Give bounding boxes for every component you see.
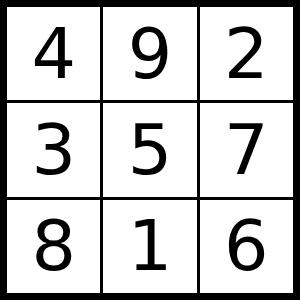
cell-r2c3: 7: [200, 103, 293, 196]
cell-value: 8: [31, 211, 76, 281]
cell-value: 2: [224, 19, 269, 89]
cell-value: 7: [224, 115, 269, 185]
cell-value: 1: [128, 211, 173, 281]
cell-r3c2: 1: [103, 200, 196, 293]
cell-r1c2: 9: [103, 7, 196, 100]
cell-value: 9: [128, 19, 173, 89]
cell-r3c1: 8: [7, 200, 100, 293]
cell-r3c3: 6: [200, 200, 293, 293]
cell-r1c1: 4: [7, 7, 100, 100]
cell-r1c3: 2: [200, 7, 293, 100]
cell-r2c1: 3: [7, 103, 100, 196]
cell-value: 6: [224, 211, 269, 281]
magic-square-board: 4 9 2 3 5 7 8 1 6: [0, 0, 300, 300]
cell-value: 5: [128, 115, 173, 185]
cell-value: 3: [31, 115, 76, 185]
cell-r2c2: 5: [103, 103, 196, 196]
cell-value: 4: [31, 19, 76, 89]
